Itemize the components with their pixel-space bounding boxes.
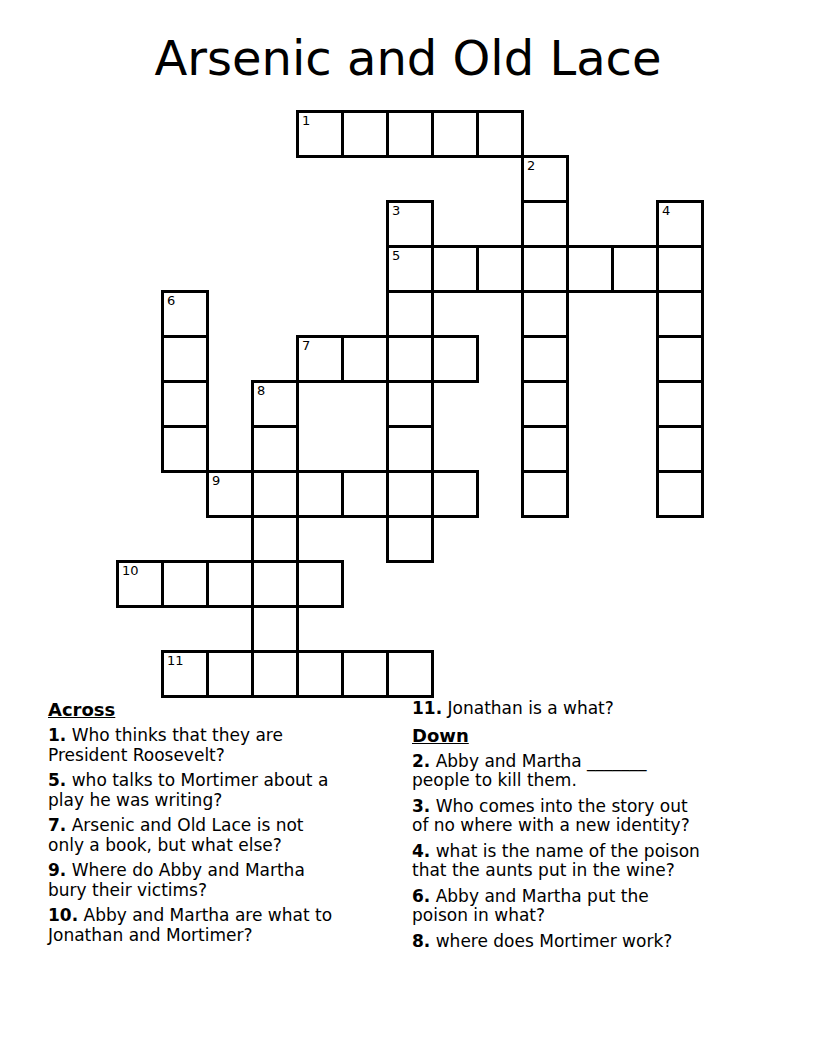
grid-cell-r7c3[interactable] xyxy=(251,425,299,473)
clue-number-label: 11. xyxy=(412,698,442,718)
clue-across-5: 5. who talks to Mortimer about aplay he … xyxy=(48,771,404,810)
grid-cell-r12c5[interactable] xyxy=(341,650,389,698)
cell-number-9: 9 xyxy=(212,473,220,488)
grid-cell-r6c12[interactable] xyxy=(656,380,704,428)
grid-cell-r5c1[interactable] xyxy=(161,335,209,383)
grid-cell-r12c3[interactable] xyxy=(251,650,299,698)
grid-cell-r5c4[interactable]: 7 xyxy=(296,335,344,383)
cell-number-10: 10 xyxy=(122,563,139,578)
grid-cell-r7c12[interactable] xyxy=(656,425,704,473)
grid-cell-r0c4[interactable]: 1 xyxy=(296,110,344,158)
worksheet-page: Arsenic and Old Lace 1234567891011 Acros… xyxy=(0,0,816,1056)
down-header: Down xyxy=(412,725,768,746)
grid-cell-r2c6[interactable]: 3 xyxy=(386,200,434,248)
clues-column-left: Across 1. Who thinks that they arePresid… xyxy=(48,699,404,951)
cell-number-8: 8 xyxy=(257,383,265,398)
grid-cell-r9c6[interactable] xyxy=(386,515,434,563)
clue-number-label: 5. xyxy=(48,770,66,790)
grid-cell-r3c12[interactable] xyxy=(656,245,704,293)
grid-cell-r6c3[interactable]: 8 xyxy=(251,380,299,428)
grid-cell-r3c11[interactable] xyxy=(611,245,659,293)
cell-number-4: 4 xyxy=(662,203,670,218)
grid-cell-r3c10[interactable] xyxy=(566,245,614,293)
cell-number-7: 7 xyxy=(302,338,310,353)
puzzle-title: Arsenic and Old Lace xyxy=(0,30,816,86)
grid-cell-r10c1[interactable] xyxy=(161,560,209,608)
clue-across-11: 11. Jonathan is a what? xyxy=(412,699,768,719)
clue-across-1: 1. Who thinks that they arePresident Roo… xyxy=(48,726,404,765)
grid-cell-r8c12[interactable] xyxy=(656,470,704,518)
grid-cell-r7c9[interactable] xyxy=(521,425,569,473)
grid-cell-r4c9[interactable] xyxy=(521,290,569,338)
cell-number-1: 1 xyxy=(302,113,310,128)
grid-cell-r0c7[interactable] xyxy=(431,110,479,158)
clue-across-9: 9. Where do Abby and Marthabury their vi… xyxy=(48,861,404,900)
across-header: Across xyxy=(48,699,404,720)
clue-down-8: 8. where does Mortimer work? xyxy=(412,932,768,952)
clue-across-7: 7. Arsenic and Old Lace is notonly a boo… xyxy=(48,816,404,855)
grid-cell-r9c3[interactable] xyxy=(251,515,299,563)
clue-number-label: 7. xyxy=(48,815,66,835)
grid-cell-r7c1[interactable] xyxy=(161,425,209,473)
grid-cell-r10c0[interactable]: 10 xyxy=(116,560,164,608)
grid-cell-r12c4[interactable] xyxy=(296,650,344,698)
clue-number-label: 10. xyxy=(48,905,78,925)
cell-number-3: 3 xyxy=(392,203,400,218)
clue-down-4: 4. what is the name of the poisonthat th… xyxy=(412,842,768,881)
grid-cell-r5c9[interactable] xyxy=(521,335,569,383)
clue-across-10: 10. Abby and Martha are what toJonathan … xyxy=(48,906,404,945)
cell-number-2: 2 xyxy=(527,158,535,173)
clues-column-right: 11. Jonathan is a what? Down 2. Abby and… xyxy=(412,699,768,957)
grid-cell-r5c5[interactable] xyxy=(341,335,389,383)
cell-number-5: 5 xyxy=(392,248,400,263)
grid-cell-r7c6[interactable] xyxy=(386,425,434,473)
grid-cell-r1c9[interactable]: 2 xyxy=(521,155,569,203)
across-clue-11-slot: 11. Jonathan is a what? xyxy=(412,699,768,719)
crossword-grid: 1234567891011 xyxy=(116,110,704,698)
grid-cell-r4c1[interactable]: 6 xyxy=(161,290,209,338)
clue-number-label: 8. xyxy=(412,931,430,951)
grid-cell-r8c7[interactable] xyxy=(431,470,479,518)
grid-cell-r8c4[interactable] xyxy=(296,470,344,518)
grid-cell-r12c6[interactable] xyxy=(386,650,434,698)
grid-cell-r0c6[interactable] xyxy=(386,110,434,158)
grid-cell-r3c8[interactable] xyxy=(476,245,524,293)
clue-number-label: 2. xyxy=(412,751,430,771)
grid-cell-r5c12[interactable] xyxy=(656,335,704,383)
clue-down-3: 3. Who comes into the story outof no whe… xyxy=(412,797,768,836)
grid-cell-r8c5[interactable] xyxy=(341,470,389,518)
across-clues-slot: 1. Who thinks that they arePresident Roo… xyxy=(48,726,404,945)
grid-cell-r6c6[interactable] xyxy=(386,380,434,428)
grid-cell-r8c3[interactable] xyxy=(251,470,299,518)
grid-cell-r0c8[interactable] xyxy=(476,110,524,158)
clue-down-6: 6. Abby and Martha put thepoison in what… xyxy=(412,887,768,926)
grid-cell-r8c9[interactable] xyxy=(521,470,569,518)
grid-cell-r12c2[interactable] xyxy=(206,650,254,698)
grid-cell-r11c3[interactable] xyxy=(251,605,299,653)
clue-number-label: 9. xyxy=(48,860,66,880)
down-clues-slot: 2. Abby and Martha _______people to kill… xyxy=(412,752,768,952)
grid-cell-r3c6[interactable]: 5 xyxy=(386,245,434,293)
clue-number-label: 1. xyxy=(48,725,66,745)
cell-number-6: 6 xyxy=(167,293,175,308)
grid-cell-r2c9[interactable] xyxy=(521,200,569,248)
grid-cell-r6c9[interactable] xyxy=(521,380,569,428)
grid-cell-r12c1[interactable]: 11 xyxy=(161,650,209,698)
grid-cell-r4c12[interactable] xyxy=(656,290,704,338)
grid-cell-r8c6[interactable] xyxy=(386,470,434,518)
grid-cell-r5c6[interactable] xyxy=(386,335,434,383)
grid-cell-r6c1[interactable] xyxy=(161,380,209,428)
grid-cell-r8c2[interactable]: 9 xyxy=(206,470,254,518)
grid-cell-r5c7[interactable] xyxy=(431,335,479,383)
grid-cell-r2c12[interactable]: 4 xyxy=(656,200,704,248)
cell-number-11: 11 xyxy=(167,653,184,668)
clue-down-2: 2. Abby and Martha _______people to kill… xyxy=(412,752,768,791)
grid-cell-r10c4[interactable] xyxy=(296,560,344,608)
grid-cell-r3c9[interactable] xyxy=(521,245,569,293)
clue-number-label: 3. xyxy=(412,796,430,816)
clue-number-label: 6. xyxy=(412,886,430,906)
grid-cell-r10c2[interactable] xyxy=(206,560,254,608)
grid-cell-r10c3[interactable] xyxy=(251,560,299,608)
grid-cell-r4c6[interactable] xyxy=(386,290,434,338)
clue-number-label: 4. xyxy=(412,841,430,861)
grid-cell-r0c5[interactable] xyxy=(341,110,389,158)
grid-cell-r3c7[interactable] xyxy=(431,245,479,293)
